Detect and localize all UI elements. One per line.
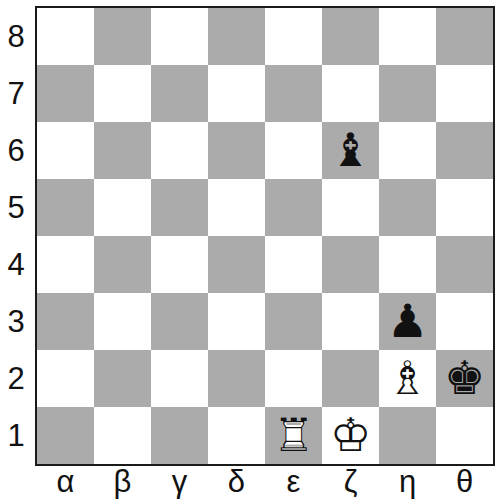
square-d7[interactable]	[208, 65, 265, 122]
square-a4[interactable]	[37, 236, 94, 293]
file-label-d: δ	[208, 464, 265, 500]
square-d2[interactable]	[208, 350, 265, 407]
square-d3[interactable]	[208, 293, 265, 350]
black-pawn[interactable]: ♟	[379, 293, 436, 350]
square-b2[interactable]	[94, 350, 151, 407]
square-e6[interactable]	[265, 122, 322, 179]
square-h5[interactable]	[436, 179, 493, 236]
square-a3[interactable]	[37, 293, 94, 350]
square-b6[interactable]	[94, 122, 151, 179]
square-c2[interactable]	[151, 350, 208, 407]
square-c1[interactable]	[151, 407, 208, 464]
file-label-c: γ	[151, 464, 208, 500]
square-d5[interactable]	[208, 179, 265, 236]
square-e7[interactable]	[265, 65, 322, 122]
square-c3[interactable]	[151, 293, 208, 350]
white-bishop[interactable]: ♝♗	[379, 350, 436, 407]
square-f6[interactable]: ♝	[322, 122, 379, 179]
square-d1[interactable]	[208, 407, 265, 464]
rank-label-7: 7	[0, 65, 32, 122]
white-rook-outline: ♖	[265, 407, 322, 464]
square-f1[interactable]: ♚♔	[322, 407, 379, 464]
square-a1[interactable]	[37, 407, 94, 464]
square-h1[interactable]	[436, 407, 493, 464]
square-e5[interactable]	[265, 179, 322, 236]
square-g1[interactable]	[379, 407, 436, 464]
square-g2[interactable]: ♝♗	[379, 350, 436, 407]
file-label-f: ζ	[322, 464, 379, 500]
square-f4[interactable]	[322, 236, 379, 293]
black-king-glyph: ♚	[436, 350, 493, 407]
square-a5[interactable]	[37, 179, 94, 236]
chess-board: ♝♟♝♗♚♜♖♚♔	[37, 8, 493, 464]
white-king-outline: ♔	[322, 407, 379, 464]
square-f7[interactable]	[322, 65, 379, 122]
rank-label-5: 5	[0, 179, 32, 236]
square-e1[interactable]: ♜♖	[265, 407, 322, 464]
square-d8[interactable]	[208, 8, 265, 65]
file-label-g: η	[379, 464, 436, 500]
square-a7[interactable]	[37, 65, 94, 122]
white-bishop-outline: ♗	[379, 350, 436, 407]
square-f5[interactable]	[322, 179, 379, 236]
black-pawn-glyph: ♟	[379, 293, 436, 350]
square-e3[interactable]	[265, 293, 322, 350]
square-c7[interactable]	[151, 65, 208, 122]
square-g5[interactable]	[379, 179, 436, 236]
rank-label-1: 1	[0, 407, 32, 464]
square-g4[interactable]	[379, 236, 436, 293]
square-f2[interactable]	[322, 350, 379, 407]
file-labels: αβγδεζηθ	[37, 464, 493, 498]
square-h4[interactable]	[436, 236, 493, 293]
rank-labels: 87654321	[0, 8, 32, 464]
square-e8[interactable]	[265, 8, 322, 65]
square-b7[interactable]	[94, 65, 151, 122]
square-h8[interactable]	[436, 8, 493, 65]
file-label-h: θ	[436, 464, 493, 500]
square-c6[interactable]	[151, 122, 208, 179]
square-b5[interactable]	[94, 179, 151, 236]
square-a8[interactable]	[37, 8, 94, 65]
square-c5[interactable]	[151, 179, 208, 236]
rank-label-6: 6	[0, 122, 32, 179]
black-bishop-glyph: ♝	[322, 122, 379, 179]
square-f3[interactable]	[322, 293, 379, 350]
rank-label-4: 4	[0, 236, 32, 293]
square-c8[interactable]	[151, 8, 208, 65]
square-g6[interactable]	[379, 122, 436, 179]
black-king[interactable]: ♚	[436, 350, 493, 407]
rank-label-8: 8	[0, 8, 32, 65]
rank-label-2: 2	[0, 350, 32, 407]
square-d4[interactable]	[208, 236, 265, 293]
square-e2[interactable]	[265, 350, 322, 407]
square-g3[interactable]: ♟	[379, 293, 436, 350]
file-label-a: α	[37, 464, 94, 500]
square-h2[interactable]: ♚	[436, 350, 493, 407]
square-g7[interactable]	[379, 65, 436, 122]
square-c4[interactable]	[151, 236, 208, 293]
white-king[interactable]: ♚♔	[322, 407, 379, 464]
file-label-e: ε	[265, 464, 322, 500]
square-b4[interactable]	[94, 236, 151, 293]
square-e4[interactable]	[265, 236, 322, 293]
rank-label-3: 3	[0, 293, 32, 350]
square-b3[interactable]	[94, 293, 151, 350]
square-d6[interactable]	[208, 122, 265, 179]
square-h7[interactable]	[436, 65, 493, 122]
square-a6[interactable]	[37, 122, 94, 179]
square-a2[interactable]	[37, 350, 94, 407]
board-frame: ♝♟♝♗♚♜♖♚♔	[35, 6, 495, 466]
square-h6[interactable]	[436, 122, 493, 179]
chess-diagram-page: 87654321 ♝♟♝♗♚♜♖♚♔ αβγδεζηθ	[0, 0, 500, 500]
black-bishop[interactable]: ♝	[322, 122, 379, 179]
square-g8[interactable]	[379, 8, 436, 65]
square-b1[interactable]	[94, 407, 151, 464]
file-label-b: β	[94, 464, 151, 500]
square-h3[interactable]	[436, 293, 493, 350]
white-rook[interactable]: ♜♖	[265, 407, 322, 464]
square-f8[interactable]	[322, 8, 379, 65]
square-b8[interactable]	[94, 8, 151, 65]
